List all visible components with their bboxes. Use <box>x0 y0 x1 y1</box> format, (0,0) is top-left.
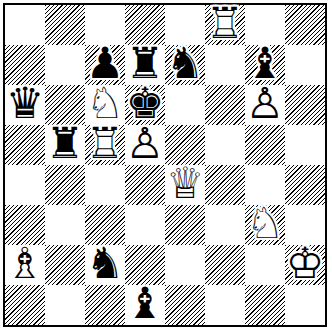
piece-glyph: ♘ <box>246 202 285 245</box>
square-c4[interactable] <box>85 165 125 205</box>
square-b2[interactable] <box>45 245 85 285</box>
square-h8[interactable] <box>285 5 325 45</box>
square-a4[interactable] <box>5 165 45 205</box>
piece-glyph: ♕ <box>166 162 205 205</box>
piece-black-knight: ♞♞ <box>85 245 125 285</box>
square-g1[interactable] <box>245 285 285 325</box>
chess-board: ♜♖♟♟♜♜♞♞♝♝♛♛♞♘♚♚♟♙♜♜♜♖♟♙♛♕♞♘♝♗♞♞♚♔♝♝ <box>5 5 325 325</box>
square-b5[interactable]: ♜♜ <box>45 125 85 165</box>
square-b8[interactable] <box>45 5 85 45</box>
piece-glyph: ♜ <box>46 122 85 165</box>
square-f5[interactable] <box>205 125 245 165</box>
square-e1[interactable] <box>165 285 205 325</box>
piece-glyph: ♔ <box>286 242 325 285</box>
square-d5[interactable]: ♟♙ <box>125 125 165 165</box>
square-f3[interactable] <box>205 205 245 245</box>
square-c2[interactable]: ♞♞ <box>85 245 125 285</box>
square-f7[interactable] <box>205 45 245 85</box>
piece-glyph: ♗ <box>6 242 45 285</box>
piece-white-king: ♚♔ <box>285 245 325 285</box>
piece-glyph: ♛ <box>6 82 45 125</box>
piece-white-rook: ♜♖ <box>85 125 125 165</box>
square-f4[interactable] <box>205 165 245 205</box>
square-b4[interactable] <box>45 165 85 205</box>
square-d1[interactable]: ♝♝ <box>125 285 165 325</box>
chess-diagram: ♜♖♟♟♜♜♞♞♝♝♛♛♞♘♚♚♟♙♜♜♜♖♟♙♛♕♞♘♝♗♞♞♚♔♝♝ <box>0 0 332 332</box>
square-a5[interactable] <box>5 125 45 165</box>
square-d4[interactable] <box>125 165 165 205</box>
square-b3[interactable] <box>45 205 85 245</box>
square-h4[interactable] <box>285 165 325 205</box>
square-e3[interactable] <box>165 205 205 245</box>
square-g6[interactable]: ♟♙ <box>245 85 285 125</box>
square-e6[interactable] <box>165 85 205 125</box>
piece-white-knight: ♞♘ <box>245 205 285 245</box>
square-g3[interactable]: ♞♘ <box>245 205 285 245</box>
square-a1[interactable] <box>5 285 45 325</box>
square-e7[interactable]: ♞♞ <box>165 45 205 85</box>
square-g2[interactable] <box>245 245 285 285</box>
square-a8[interactable] <box>5 5 45 45</box>
square-f1[interactable] <box>205 285 245 325</box>
square-a2[interactable]: ♝♗ <box>5 245 45 285</box>
square-b7[interactable] <box>45 45 85 85</box>
square-c1[interactable] <box>85 285 125 325</box>
piece-glyph: ♞ <box>166 42 205 85</box>
piece-black-bishop: ♝♝ <box>125 285 165 325</box>
square-h2[interactable]: ♚♔ <box>285 245 325 285</box>
square-f8[interactable]: ♜♖ <box>205 5 245 45</box>
piece-white-pawn: ♟♙ <box>125 125 165 165</box>
square-h1[interactable] <box>285 285 325 325</box>
square-h5[interactable] <box>285 125 325 165</box>
square-a6[interactable]: ♛♛ <box>5 85 45 125</box>
piece-glyph: ♙ <box>126 122 165 165</box>
piece-glyph: ♖ <box>86 122 125 165</box>
piece-white-rook: ♜♖ <box>205 5 245 45</box>
piece-glyph: ♝ <box>126 282 165 325</box>
square-h7[interactable] <box>285 45 325 85</box>
square-f2[interactable] <box>205 245 245 285</box>
piece-black-rook: ♜♜ <box>45 125 85 165</box>
square-c5[interactable]: ♜♖ <box>85 125 125 165</box>
piece-glyph: ♞ <box>86 242 125 285</box>
piece-white-pawn: ♟♙ <box>245 85 285 125</box>
board-frame: ♜♖♟♟♜♜♞♞♝♝♛♛♞♘♚♚♟♙♜♜♜♖♟♙♛♕♞♘♝♗♞♞♚♔♝♝ <box>3 3 327 327</box>
square-g5[interactable] <box>245 125 285 165</box>
square-b1[interactable] <box>45 285 85 325</box>
piece-glyph: ♙ <box>246 82 285 125</box>
piece-white-queen: ♛♕ <box>165 165 205 205</box>
piece-black-queen: ♛♛ <box>5 85 45 125</box>
square-e2[interactable] <box>165 245 205 285</box>
square-f6[interactable] <box>205 85 245 125</box>
piece-black-knight: ♞♞ <box>165 45 205 85</box>
piece-white-bishop: ♝♗ <box>5 245 45 285</box>
square-d3[interactable] <box>125 205 165 245</box>
square-h6[interactable] <box>285 85 325 125</box>
square-e4[interactable]: ♛♕ <box>165 165 205 205</box>
piece-glyph: ♖ <box>206 2 245 45</box>
